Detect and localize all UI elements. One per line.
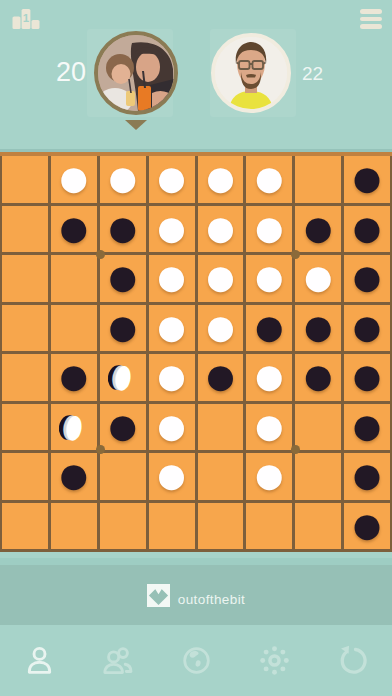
avatar-photo-man-with-glasses	[215, 37, 287, 109]
black-disc: ●	[350, 296, 385, 354]
board-cell-e1[interactable]: ●	[198, 156, 244, 203]
black-disc: ●	[301, 296, 336, 354]
dotted-gear-icon	[258, 644, 291, 677]
board-cell-f1[interactable]: ●	[246, 156, 292, 203]
board-cell-e7[interactable]	[198, 453, 244, 500]
board-cell-a3[interactable]	[2, 255, 48, 302]
board-cell-h3[interactable]: ●	[344, 255, 390, 302]
board-cell-h1[interactable]: ●	[344, 156, 390, 203]
board-cell-g2[interactable]: ●	[295, 206, 341, 253]
star-point	[291, 250, 300, 259]
board-cell-d8[interactable]	[149, 503, 195, 550]
white-disc: ●	[252, 148, 287, 206]
black-disc: ●	[350, 197, 385, 255]
bottom-toolbar	[0, 625, 392, 696]
black-disc: ●	[203, 346, 238, 404]
board-cell-f3[interactable]: ●	[246, 255, 292, 302]
leaderboard-button[interactable]: 1	[12, 7, 42, 29]
player-white-score: 22	[302, 63, 338, 85]
online-play-button[interactable]	[157, 644, 235, 677]
board-cell-f5[interactable]: ●	[246, 354, 292, 401]
board-cell-b3[interactable]	[51, 255, 97, 302]
star-point	[96, 250, 105, 259]
player-black-score: 20	[50, 57, 92, 88]
board-cell-b6[interactable]: ●●	[51, 404, 97, 451]
board-cell-a2[interactable]	[2, 206, 48, 253]
restart-button[interactable]	[314, 644, 392, 677]
board-cell-e5[interactable]: ●	[198, 354, 244, 401]
white-disc: ●	[154, 296, 189, 354]
board-cell-f7[interactable]: ●	[246, 453, 292, 500]
black-disc: ●	[56, 346, 91, 404]
board-cell-c2[interactable]: ●	[100, 206, 146, 253]
branding-text: outofthebit	[178, 592, 245, 607]
outofthebit-logo	[147, 584, 170, 607]
board-cell-c6[interactable]: ●	[100, 404, 146, 451]
board-cell-g4[interactable]: ●	[295, 305, 341, 352]
svg-text:1: 1	[23, 12, 30, 24]
board-cell-b4[interactable]	[51, 305, 97, 352]
header: 1 20	[0, 0, 392, 152]
board-cell-g5[interactable]: ●	[295, 354, 341, 401]
board-cell-b1[interactable]: ●	[51, 156, 97, 203]
person-icon	[23, 644, 56, 677]
globe-icon	[180, 644, 213, 677]
board-cell-c4[interactable]: ●	[100, 305, 146, 352]
white-disc: ●	[56, 148, 91, 206]
board-cell-e4[interactable]: ●	[198, 305, 244, 352]
branding-band: outofthebit	[0, 565, 392, 625]
black-disc: ●	[105, 247, 140, 305]
board-cell-e8[interactable]	[198, 503, 244, 550]
board-cell-a1[interactable]	[2, 156, 48, 203]
white-disc: ●	[203, 296, 238, 354]
board-cell-e3[interactable]: ●	[198, 255, 244, 302]
board-cell-a7[interactable]	[2, 453, 48, 500]
board-cell-h4[interactable]: ●	[344, 305, 390, 352]
board-cell-c5[interactable]: ●●	[100, 354, 146, 401]
board-cell-d7[interactable]: ●	[149, 453, 195, 500]
black-disc: ●	[301, 346, 336, 404]
board-cell-d6[interactable]: ●	[149, 404, 195, 451]
black-disc: ●	[350, 247, 385, 305]
board-cell-d3[interactable]: ●	[149, 255, 195, 302]
board-cell-h8[interactable]: ●	[344, 503, 390, 550]
board-cell-d1[interactable]: ●	[149, 156, 195, 203]
black-disc: ●	[350, 148, 385, 206]
black-disc: ●	[56, 445, 91, 503]
white-disc: ●	[301, 247, 336, 305]
othello-board: ●●●●●●●●●●●●●●●●●●●●●●●●●●●●●●●●●●●●●●●●…	[0, 152, 392, 552]
podium-1st-place-icon: 1	[12, 7, 40, 29]
white-disc: ●	[154, 197, 189, 255]
board-cell-d4[interactable]: ●	[149, 305, 195, 352]
board-cell-c3[interactable]: ●	[100, 255, 146, 302]
white-disc: ●	[203, 197, 238, 255]
board-cell-f4[interactable]: ●	[246, 305, 292, 352]
board-cell-g6[interactable]	[295, 404, 341, 451]
white-disc: ●	[154, 395, 189, 453]
menu-button[interactable]	[360, 9, 382, 32]
white-disc: ●	[252, 445, 287, 503]
black-disc: ●	[350, 346, 385, 404]
white-disc: ●	[252, 346, 287, 404]
board-cell-a8[interactable]	[2, 503, 48, 550]
board-cell-f6[interactable]: ●	[246, 404, 292, 451]
black-disc: ●	[350, 494, 385, 552]
board-cell-c1[interactable]: ●	[100, 156, 146, 203]
board-cell-f8[interactable]	[246, 503, 292, 550]
avatar-photo-woman-and-child	[98, 35, 174, 111]
board-bottom-gap-shade	[0, 558, 392, 565]
black-disc: ●	[350, 445, 385, 503]
board-cell-d5[interactable]: ●	[149, 354, 195, 401]
board-cell-b8[interactable]	[51, 503, 97, 550]
white-disc: ●	[154, 346, 189, 404]
board-cell-b7[interactable]: ●	[51, 453, 97, 500]
white-disc: ●	[154, 445, 189, 503]
black-disc: ●	[301, 197, 336, 255]
white-disc: ●	[154, 247, 189, 305]
board-cell-c7[interactable]	[100, 453, 146, 500]
flipping-disc: ●●	[48, 400, 101, 453]
hamburger-menu-icon	[360, 9, 382, 14]
two-people-icon	[101, 644, 134, 677]
board-cell-b5[interactable]: ●	[51, 354, 97, 401]
white-disc: ●	[252, 395, 287, 453]
white-disc: ●	[154, 148, 189, 206]
board-cell-h5[interactable]: ●	[344, 354, 390, 401]
white-disc: ●	[105, 148, 140, 206]
board-cell-b2[interactable]: ●	[51, 206, 97, 253]
settings-button[interactable]	[235, 644, 313, 677]
turn-indicator-triangle	[125, 120, 147, 130]
white-disc: ●	[252, 197, 287, 255]
board-cell-h7[interactable]: ●	[344, 453, 390, 500]
black-disc: ●	[105, 197, 140, 255]
board-grid: ●●●●●●●●●●●●●●●●●●●●●●●●●●●●●●●●●●●●●●●●…	[2, 156, 390, 549]
board-cell-a4[interactable]	[2, 305, 48, 352]
board-cell-a6[interactable]	[2, 404, 48, 451]
single-player-button[interactable]	[0, 644, 78, 677]
board-cell-g7[interactable]	[295, 453, 341, 500]
undo-arrow-icon	[336, 644, 369, 677]
app-screen: 1 20	[0, 0, 392, 696]
black-disc: ●	[350, 395, 385, 453]
board-cell-e2[interactable]: ●	[198, 206, 244, 253]
white-disc: ●	[203, 247, 238, 305]
board-cell-h6[interactable]: ●	[344, 404, 390, 451]
two-players-button[interactable]	[78, 644, 156, 677]
black-disc: ●	[56, 197, 91, 255]
board-cell-e6[interactable]	[198, 404, 244, 451]
white-disc: ●	[203, 148, 238, 206]
board-cell-c8[interactable]	[100, 503, 146, 550]
black-disc: ●	[105, 296, 140, 354]
board-cell-f2[interactable]: ●	[246, 206, 292, 253]
white-disc: ●	[252, 247, 287, 305]
player-white-avatar[interactable]	[211, 33, 291, 113]
black-disc: ●	[252, 296, 287, 354]
black-disc: ●	[105, 395, 140, 453]
board-cell-g3[interactable]: ●	[295, 255, 341, 302]
board-cell-g8[interactable]	[295, 503, 341, 550]
flipping-disc: ●●	[96, 351, 149, 404]
board-cell-a5[interactable]	[2, 354, 48, 401]
player-black-avatar[interactable]	[94, 31, 178, 115]
board-cell-h2[interactable]: ●	[344, 206, 390, 253]
star-point	[96, 445, 105, 454]
board-cell-g1[interactable]	[295, 156, 341, 203]
board-cell-d2[interactable]: ●	[149, 206, 195, 253]
